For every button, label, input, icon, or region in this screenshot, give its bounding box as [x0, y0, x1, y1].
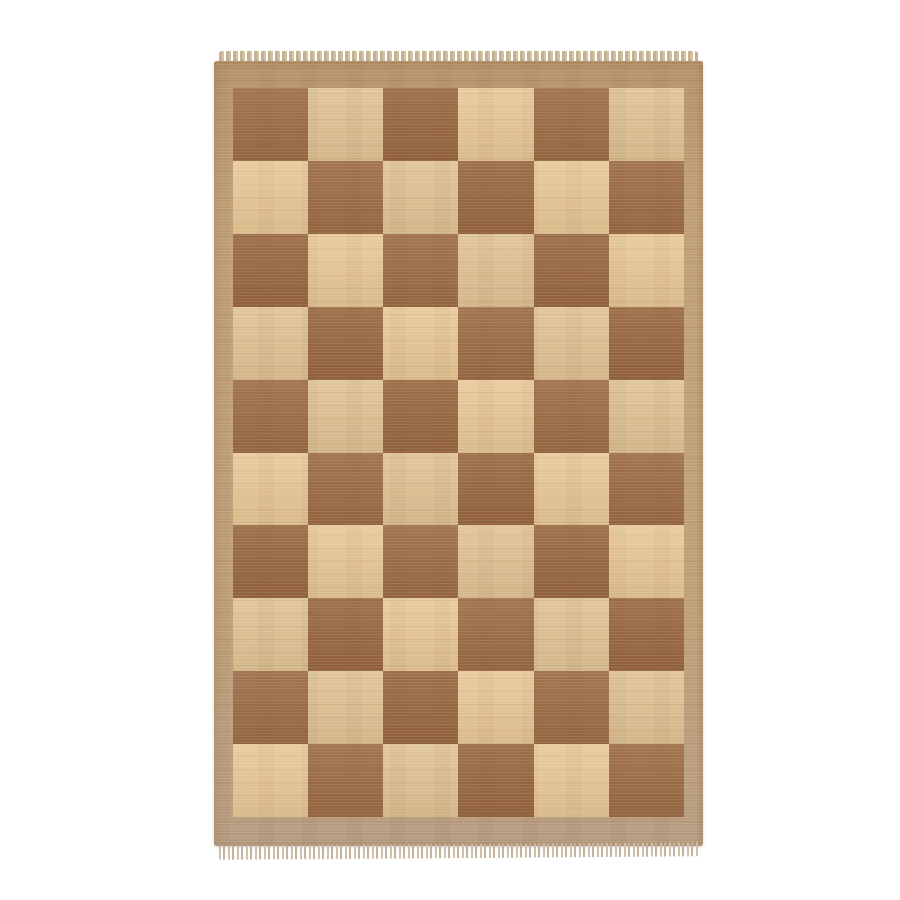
board-square	[609, 380, 684, 453]
board-square	[233, 598, 308, 671]
board-square	[233, 380, 308, 453]
board-square	[383, 744, 458, 817]
board-square	[458, 744, 533, 817]
board-square	[308, 671, 383, 744]
board-square	[308, 161, 383, 234]
product-photo	[0, 0, 900, 900]
board-square	[609, 161, 684, 234]
rug-border	[214, 61, 703, 846]
board-square	[534, 307, 609, 380]
board-square	[458, 307, 533, 380]
board-square	[308, 380, 383, 453]
board-square	[534, 380, 609, 453]
board-square	[534, 525, 609, 598]
board-square	[534, 671, 609, 744]
fringe-bottom	[219, 842, 698, 859]
board-square	[609, 598, 684, 671]
board-square	[534, 744, 609, 817]
board-square	[233, 307, 308, 380]
board-square	[458, 161, 533, 234]
board-square	[308, 307, 383, 380]
board-square	[383, 453, 458, 526]
board-square	[534, 453, 609, 526]
board-square	[308, 744, 383, 817]
board-square	[458, 380, 533, 453]
board-square	[609, 234, 684, 307]
board-square	[383, 598, 458, 671]
board-square	[609, 744, 684, 817]
board-square	[233, 525, 308, 598]
board-square	[233, 88, 308, 161]
board-square	[383, 88, 458, 161]
board-square	[534, 161, 609, 234]
board-square	[383, 307, 458, 380]
board-square	[534, 598, 609, 671]
board-square	[609, 88, 684, 161]
board-square	[383, 525, 458, 598]
board-square	[458, 671, 533, 744]
board-square	[233, 234, 308, 307]
board-square	[383, 380, 458, 453]
board-square	[383, 234, 458, 307]
checkerboard-rug	[214, 50, 703, 858]
board-square	[308, 598, 383, 671]
board-square	[233, 453, 308, 526]
board-square	[308, 525, 383, 598]
board-square	[308, 453, 383, 526]
board-square	[458, 88, 533, 161]
board-square	[458, 525, 533, 598]
board-square	[609, 671, 684, 744]
board-square	[383, 671, 458, 744]
checkerboard	[233, 88, 684, 817]
board-square	[383, 161, 458, 234]
board-square	[308, 234, 383, 307]
board-square	[308, 88, 383, 161]
board-square	[534, 234, 609, 307]
board-square	[233, 744, 308, 817]
board-square	[609, 307, 684, 380]
board-square	[458, 234, 533, 307]
board-square	[458, 453, 533, 526]
board-square	[233, 161, 308, 234]
board-square	[534, 88, 609, 161]
board-square	[609, 525, 684, 598]
board-square	[609, 453, 684, 526]
board-square	[458, 598, 533, 671]
board-square	[233, 671, 308, 744]
